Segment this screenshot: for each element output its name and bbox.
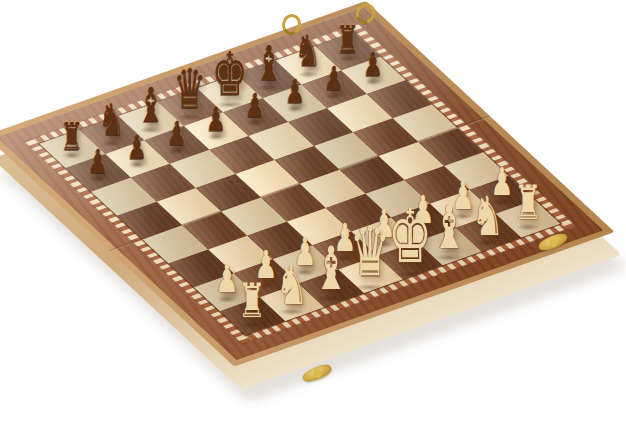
chess-set-photo: ♜♞♝♛♚♝♞♜♟♟♟♟♟♟♟♟♟♟♟♟♟♟♟♟♜♞♝♛♚♝♞♜ — [0, 0, 626, 428]
white-rook-a1[interactable]: ♜ — [238, 278, 266, 325]
white-knight-b1[interactable]: ♞ — [276, 258, 308, 313]
black-pawn-g7[interactable]: ♟ — [324, 62, 344, 95]
black-pawn-d7[interactable]: ♟ — [206, 104, 226, 137]
white-king-e1[interactable]: ♚ — [388, 200, 432, 274]
black-rook-a8[interactable]: ♜ — [61, 118, 84, 156]
black-rook-h8[interactable]: ♜ — [336, 20, 359, 58]
white-rook-h1[interactable]: ♜ — [514, 180, 542, 227]
black-pawn-c7[interactable]: ♟ — [167, 118, 187, 151]
black-queen-d8[interactable]: ♛ — [174, 62, 207, 117]
black-bishop-f8[interactable]: ♝ — [255, 40, 284, 88]
black-pawn-e7[interactable]: ♟ — [245, 90, 265, 123]
black-knight-g8[interactable]: ♞ — [295, 29, 321, 73]
black-pawn-b7[interactable]: ♟ — [127, 132, 147, 165]
white-bishop-f1[interactable]: ♝ — [431, 198, 466, 257]
black-pawn-a7[interactable]: ♟ — [88, 146, 108, 179]
black-king-e8[interactable]: ♚ — [212, 44, 248, 104]
white-queen-d1[interactable]: ♛ — [350, 219, 390, 287]
black-pawn-h7[interactable]: ♟ — [363, 48, 383, 81]
black-pawn-f7[interactable]: ♟ — [285, 76, 305, 109]
white-pawn-a2[interactable]: ♟ — [215, 261, 238, 300]
white-knight-g1[interactable]: ♞ — [472, 188, 504, 243]
white-bishop-c1[interactable]: ♝ — [313, 240, 348, 299]
black-knight-b8[interactable]: ♞ — [99, 99, 125, 143]
black-bishop-c8[interactable]: ♝ — [137, 82, 166, 130]
